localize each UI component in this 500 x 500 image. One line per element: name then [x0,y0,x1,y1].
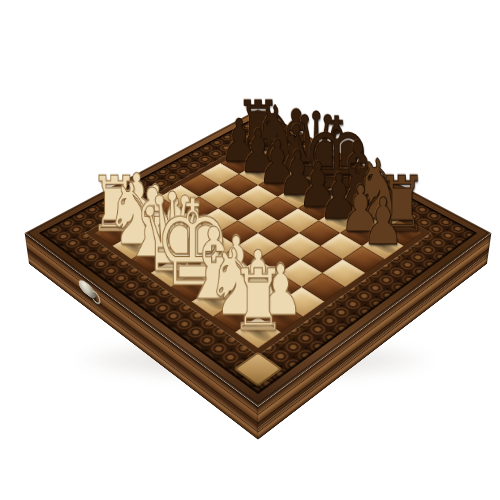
piece-glyph: ♟ [362,189,404,254]
chess-box: ♜♞♝♛♚♝♞♜♟♟♟♟♟♟♟♟♟♟♟♟♟♟♟♟♜♞♝♛♚♝♞♜ [25,109,492,406]
scene: ♜♞♝♛♚♝♞♜♟♟♟♟♟♟♟♟♟♟♟♟♟♟♟♟♜♞♝♛♚♝♞♜ [0,0,500,500]
fold-seam-left [208,369,211,403]
piece-glyph: ♜ [231,258,286,343]
product-photo: ♜♞♝♛♚♝♞♜♟♟♟♟♟♟♟♟♟♟♟♟♟♟♟♟♜♞♝♛♚♝♞♜ [0,0,500,500]
